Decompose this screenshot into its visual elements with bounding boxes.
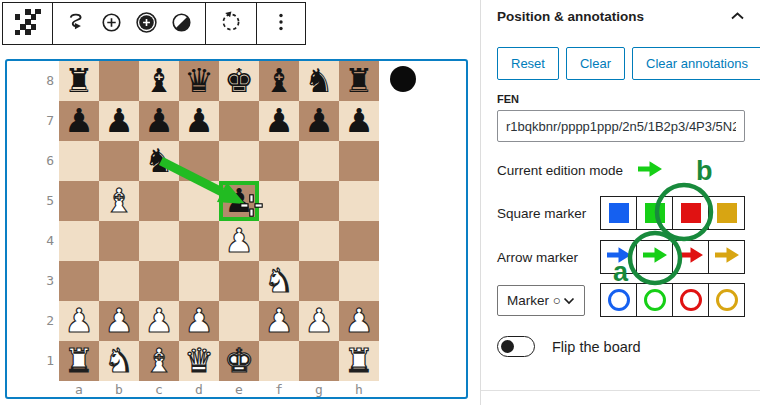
tutorial-label-b: b [696, 158, 713, 185]
circle-marker-blue[interactable] [600, 283, 637, 317]
square-f2[interactable]: ♟ [259, 301, 299, 341]
rotate-button[interactable] [219, 10, 243, 37]
black-knight: ♞ [144, 141, 174, 181]
flip-board-row: Flip the board [497, 336, 641, 357]
toggle-thumb [501, 340, 514, 353]
block-toolbar [2, 2, 306, 45]
arrow-marker-green[interactable] [636, 240, 673, 274]
black-pawn: ♟ [144, 101, 174, 141]
square-a7[interactable]: ♟ [59, 101, 99, 141]
arrow-marker-blue[interactable] [600, 240, 637, 274]
square-b8[interactable] [99, 61, 139, 101]
blue-arrow-icon [606, 246, 632, 268]
square-f4[interactable] [259, 221, 299, 261]
square-d1[interactable]: ♛ [179, 341, 219, 381]
white-bishop: ♝ [104, 181, 134, 221]
black-king: ♚ [224, 61, 254, 101]
turn-indicator-black [390, 66, 416, 92]
white-pawn: ♟ [144, 301, 174, 341]
rank-label-8: 8 [36, 61, 54, 101]
rank-label-5: 5 [36, 181, 54, 221]
square-g1[interactable] [299, 341, 339, 381]
panel-bottom-divider [481, 390, 760, 391]
file-label-b: b [99, 382, 139, 397]
file-labels: abcdefgh [59, 382, 379, 397]
black-pawn: ♟ [64, 101, 94, 141]
white-knight: ♞ [104, 341, 134, 381]
white-king: ♚ [224, 341, 254, 381]
blue-square-swatch [609, 203, 629, 223]
square-c6[interactable]: ♞ [139, 141, 179, 181]
square-d3[interactable] [179, 261, 219, 301]
flip-board-toggle[interactable] [497, 336, 535, 357]
square-d4[interactable] [179, 221, 219, 261]
black-pawn: ♟ [104, 101, 134, 141]
panel-title: Position & annotations [497, 9, 644, 24]
fen-label: FEN [497, 93, 519, 105]
file-label-e: e [219, 382, 259, 397]
arrow-marker-label: Arrow marker [497, 250, 578, 265]
white-pawn: ♟ [224, 221, 254, 261]
square-g4[interactable] [299, 221, 339, 261]
square-a6[interactable] [59, 141, 99, 181]
square-marker-options [600, 196, 745, 230]
file-label-c: c [139, 382, 179, 397]
square-e5[interactable]: ♟ [219, 181, 259, 221]
rank-label-4: 4 [36, 221, 54, 261]
yellow-square-swatch [717, 203, 737, 223]
square-b4[interactable] [99, 221, 139, 261]
red-circle-icon [680, 289, 702, 311]
square-e7[interactable] [219, 101, 259, 141]
marker-shape-value: Marker ○ [507, 293, 561, 308]
drag-move-button[interactable] [65, 11, 88, 37]
sidebar-divider [480, 0, 481, 405]
black-knight: ♞ [304, 61, 334, 101]
options-menu-button[interactable] [269, 10, 293, 37]
square-marker-red[interactable] [672, 196, 709, 230]
square-a5[interactable] [59, 181, 99, 221]
square-b1[interactable]: ♞ [99, 341, 139, 381]
yellow-arrow-icon [714, 246, 740, 268]
square-c8[interactable]: ♝ [139, 61, 179, 101]
black-pawn: ♟ [344, 101, 374, 141]
square-b7[interactable]: ♟ [99, 101, 139, 141]
red-arrow-icon [678, 246, 704, 268]
white-pawn: ♟ [304, 301, 334, 341]
fen-input[interactable] [497, 110, 745, 142]
square-f8[interactable]: ♝ [259, 61, 299, 101]
white-rook: ♜ [344, 341, 374, 381]
white-knight: ♞ [264, 261, 294, 301]
square-f5[interactable] [259, 181, 299, 221]
square-marker-blue[interactable] [600, 196, 637, 230]
square-h5[interactable] [339, 181, 379, 221]
square-b3[interactable] [99, 261, 139, 301]
rank-label-6: 6 [36, 141, 54, 181]
square-e8[interactable]: ♚ [219, 61, 259, 101]
blue-circle-icon [608, 289, 630, 311]
square-marker-green[interactable] [636, 196, 673, 230]
square-b6[interactable] [99, 141, 139, 181]
black-queen: ♛ [184, 61, 214, 101]
square-d7[interactable]: ♟ [179, 101, 219, 141]
white-pawn: ♟ [344, 301, 374, 341]
white-pawn: ♟ [264, 301, 294, 341]
square-h6[interactable] [339, 141, 379, 181]
square-g5[interactable] [299, 181, 339, 221]
square-a4[interactable] [59, 221, 99, 261]
black-rook: ♜ [344, 61, 374, 101]
black-pawn: ♟ [184, 101, 214, 141]
toggle-color-button[interactable] [170, 11, 193, 37]
white-bishop: ♝ [144, 341, 174, 381]
square-g8[interactable]: ♞ [299, 61, 339, 101]
black-pawn: ♟ [304, 101, 334, 141]
square-c5[interactable] [139, 181, 179, 221]
rotate-icon [219, 10, 243, 37]
square-c1[interactable]: ♝ [139, 341, 179, 381]
square-h2[interactable]: ♟ [339, 301, 379, 341]
square-a2[interactable]: ♟ [59, 301, 99, 341]
green-arrow-icon [642, 246, 668, 268]
white-pawn: ♟ [64, 301, 94, 341]
file-label-d: d [179, 382, 219, 397]
edition-mode-label: Current edition mode [497, 163, 623, 178]
add-piece-filled-button[interactable] [135, 11, 158, 37]
file-label-f: f [259, 382, 299, 397]
add-circle-icon [100, 11, 123, 37]
square-b2[interactable]: ♟ [99, 301, 139, 341]
marker-shape-select[interactable]: Marker ○ [497, 285, 585, 316]
circle-marker-yellow[interactable] [708, 283, 745, 317]
black-bishop: ♝ [264, 61, 294, 101]
square-c4[interactable] [139, 221, 179, 261]
square-a3[interactable] [59, 261, 99, 301]
rank-label-3: 3 [36, 261, 54, 301]
clear-button[interactable]: Clear [566, 47, 625, 80]
chessboard-icon [15, 9, 41, 39]
square-marker-label: Square marker [497, 206, 586, 221]
white-queen: ♛ [184, 341, 214, 381]
panel-header[interactable]: Position & annotations [497, 9, 745, 24]
rank-label-2: 2 [36, 301, 54, 341]
position-buttons-row: Reset Clear Clear annotations [497, 47, 760, 80]
white-pawn: ♟ [104, 301, 134, 341]
white-pawn: ♟ [184, 301, 214, 341]
flip-board-label: Flip the board [552, 339, 641, 355]
file-label-g: g [299, 382, 339, 397]
square-f6[interactable] [259, 141, 299, 181]
black-pawn: ♟ [224, 181, 254, 221]
square-g3[interactable] [299, 261, 339, 301]
red-square-swatch [681, 203, 701, 223]
kebab-menu-icon [269, 10, 293, 37]
chess-board[interactable]: ♜♝♛♚♝♞♜♟♟♟♟♟♟♟♞♝♟♟♞♟♟♟♟♟♟♟♜♞♝♛♚♜ [59, 61, 379, 381]
square-a1[interactable]: ♜ [59, 341, 99, 381]
square-g2[interactable]: ♟ [299, 301, 339, 341]
arrow-marker-red[interactable] [672, 240, 709, 274]
square-d5[interactable] [179, 181, 219, 221]
square-h8[interactable]: ♜ [339, 61, 379, 101]
circle-marker-green[interactable] [636, 283, 673, 317]
square-e3[interactable] [219, 261, 259, 301]
square-c3[interactable] [139, 261, 179, 301]
square-f3[interactable]: ♞ [259, 261, 299, 301]
chess-block-icon-button[interactable] [3, 3, 53, 44]
square-f1[interactable] [259, 341, 299, 381]
square-e1[interactable]: ♚ [219, 341, 259, 381]
drag-icon [65, 11, 88, 37]
chevron-up-icon[interactable] [730, 9, 745, 24]
yellow-circle-icon [716, 289, 738, 311]
arrow-marker-options [600, 240, 745, 274]
square-d8[interactable]: ♛ [179, 61, 219, 101]
square-g7[interactable]: ♟ [299, 101, 339, 141]
half-circle-icon [170, 11, 193, 37]
black-pawn: ♟ [264, 101, 294, 141]
square-marker-yellow[interactable] [708, 196, 745, 230]
black-rook: ♜ [64, 61, 94, 101]
circle-marker-options [600, 283, 745, 317]
square-c7[interactable]: ♟ [139, 101, 179, 141]
square-a8[interactable]: ♜ [59, 61, 99, 101]
green-circle-icon [644, 289, 666, 311]
white-rook: ♜ [64, 341, 94, 381]
rank-labels: 87654321 [36, 61, 54, 381]
square-e6[interactable] [219, 141, 259, 181]
square-h3[interactable] [339, 261, 379, 301]
green-square-swatch [645, 203, 665, 223]
rank-label-7: 7 [36, 101, 54, 141]
toolbar-tools-group [53, 3, 205, 44]
clear-annotations-button[interactable]: Clear annotations [632, 47, 760, 80]
square-b5[interactable]: ♝ [99, 181, 139, 221]
arrow-marker-yellow[interactable] [708, 240, 745, 274]
edition-mode-row: Current edition mode [497, 160, 663, 181]
black-bishop: ♝ [144, 61, 174, 101]
square-h4[interactable] [339, 221, 379, 261]
rank-label-1: 1 [36, 341, 54, 381]
square-c2[interactable]: ♟ [139, 301, 179, 341]
chevron-down-icon [563, 293, 575, 308]
file-label-h: h [339, 382, 379, 397]
circle-marker-red[interactable] [672, 283, 709, 317]
add-piece-outline-button[interactable] [100, 11, 123, 37]
add-circle-filled-icon [135, 11, 158, 37]
square-f7[interactable]: ♟ [259, 101, 299, 141]
square-h7[interactable]: ♟ [339, 101, 379, 141]
square-d6[interactable] [179, 141, 219, 181]
green-arrow-icon [637, 160, 663, 181]
reset-button[interactable]: Reset [497, 47, 559, 80]
square-d2[interactable]: ♟ [179, 301, 219, 341]
file-label-a: a [59, 382, 99, 397]
square-g6[interactable] [299, 141, 339, 181]
square-e4[interactable]: ♟ [219, 221, 259, 261]
square-h1[interactable]: ♜ [339, 341, 379, 381]
square-e2[interactable] [219, 301, 259, 341]
